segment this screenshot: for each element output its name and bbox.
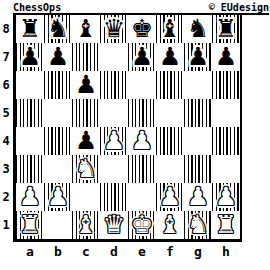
square-g8[interactable]: ♞ (184, 15, 212, 43)
square-d2[interactable] (100, 183, 128, 211)
white-knight[interactable]: ♞ (72, 155, 100, 183)
black-knight[interactable]: ♞ (184, 15, 212, 43)
white-pawn[interactable]: ♟ (156, 183, 184, 211)
square-g2[interactable]: ♟ (184, 183, 212, 211)
square-c7[interactable] (72, 43, 100, 71)
black-pawn[interactable]: ♟ (44, 43, 72, 71)
square-h4[interactable] (212, 127, 240, 155)
black-pawn[interactable]: ♟ (184, 43, 212, 71)
square-a8[interactable]: ♜ (16, 15, 44, 43)
square-f8[interactable]: ♝ (156, 15, 184, 43)
square-a4[interactable] (16, 127, 44, 155)
square-c5[interactable] (72, 99, 100, 127)
white-pawn[interactable]: ♟ (212, 183, 240, 211)
square-g5[interactable] (184, 99, 212, 127)
square-g6[interactable] (184, 71, 212, 99)
square-g4[interactable] (184, 127, 212, 155)
square-d6[interactable] (100, 71, 128, 99)
square-e2[interactable] (128, 183, 156, 211)
chess-board: ♜♞♝♛♚♝♞♜♟♟♟♟♟♟♟♟♟♟♞♟♟♟♟♟♜♝♛♚♝♞♜ (13, 15, 242, 242)
white-bishop[interactable]: ♝ (72, 211, 100, 239)
square-h3[interactable] (212, 155, 240, 183)
square-b4[interactable] (44, 127, 72, 155)
square-e6[interactable] (128, 71, 156, 99)
black-rook[interactable]: ♜ (212, 15, 240, 43)
square-c6[interactable]: ♟ (72, 71, 100, 99)
file-label-d: d (100, 244, 128, 262)
square-d3[interactable] (100, 155, 128, 183)
rank-label-4: 4 (0, 127, 12, 155)
square-c4[interactable]: ♟ (72, 127, 100, 155)
square-d7[interactable] (100, 43, 128, 71)
square-e1[interactable]: ♚ (128, 211, 156, 239)
black-rook[interactable]: ♜ (16, 15, 44, 43)
square-c3[interactable]: ♞ (72, 155, 100, 183)
black-pawn[interactable]: ♟ (128, 43, 156, 71)
square-h1[interactable]: ♜ (212, 211, 240, 239)
file-label-h: h (212, 244, 240, 262)
file-label-g: g (184, 244, 212, 262)
square-g3[interactable] (184, 155, 212, 183)
black-pawn[interactable]: ♟ (72, 71, 100, 99)
white-pawn[interactable]: ♟ (128, 127, 156, 155)
white-pawn[interactable]: ♟ (100, 127, 128, 155)
white-bishop[interactable]: ♝ (156, 211, 184, 239)
square-b2[interactable]: ♟ (44, 183, 72, 211)
file-labels: abcdefgh (16, 244, 240, 262)
square-d8[interactable]: ♛ (100, 15, 128, 43)
square-a7[interactable]: ♟ (16, 43, 44, 71)
black-king[interactable]: ♚ (128, 15, 156, 43)
square-h8[interactable]: ♜ (212, 15, 240, 43)
app-title: ChessOps (13, 2, 61, 13)
copyright-notice: © EUdesign (209, 2, 269, 13)
file-label-a: a (16, 244, 44, 262)
square-g7[interactable]: ♟ (184, 43, 212, 71)
square-f1[interactable]: ♝ (156, 211, 184, 239)
square-e7[interactable]: ♟ (128, 43, 156, 71)
square-f5[interactable] (156, 99, 184, 127)
square-f4[interactable] (156, 127, 184, 155)
square-a2[interactable]: ♟ (16, 183, 44, 211)
square-f2[interactable]: ♟ (156, 183, 184, 211)
rank-labels: 87654321 (0, 15, 12, 239)
black-queen[interactable]: ♛ (100, 15, 128, 43)
black-pawn[interactable]: ♟ (212, 43, 240, 71)
white-rook[interactable]: ♜ (212, 211, 240, 239)
rank-label-7: 7 (0, 43, 12, 71)
white-pawn[interactable]: ♟ (184, 183, 212, 211)
rank-label-5: 5 (0, 99, 12, 127)
square-g1[interactable]: ♞ (184, 211, 212, 239)
black-pawn[interactable]: ♟ (156, 43, 184, 71)
square-b7[interactable]: ♟ (44, 43, 72, 71)
file-label-c: c (72, 244, 100, 262)
white-king[interactable]: ♚ (128, 211, 156, 239)
file-label-e: e (128, 244, 156, 262)
square-h5[interactable] (212, 99, 240, 127)
square-f3[interactable] (156, 155, 184, 183)
square-a6[interactable] (16, 71, 44, 99)
rank-label-2: 2 (0, 183, 12, 211)
square-b3[interactable] (44, 155, 72, 183)
white-knight[interactable]: ♞ (184, 211, 212, 239)
square-a1[interactable]: ♜ (16, 211, 44, 239)
black-pawn[interactable]: ♟ (72, 127, 100, 155)
square-b5[interactable] (44, 99, 72, 127)
square-b8[interactable]: ♞ (44, 15, 72, 43)
file-label-f: f (156, 244, 184, 262)
square-d4[interactable]: ♟ (100, 127, 128, 155)
square-b6[interactable] (44, 71, 72, 99)
square-a5[interactable] (16, 99, 44, 127)
square-f6[interactable] (156, 71, 184, 99)
white-rook[interactable]: ♜ (16, 211, 44, 239)
square-h6[interactable] (212, 71, 240, 99)
rank-label-6: 6 (0, 71, 12, 99)
square-c8[interactable]: ♝ (72, 15, 100, 43)
square-e3[interactable] (128, 155, 156, 183)
white-queen[interactable]: ♛ (100, 211, 128, 239)
square-h7[interactable]: ♟ (212, 43, 240, 71)
square-a3[interactable] (16, 155, 44, 183)
black-pawn[interactable]: ♟ (16, 43, 44, 71)
square-c1[interactable]: ♝ (72, 211, 100, 239)
rank-label-3: 3 (0, 155, 12, 183)
rank-label-1: 1 (0, 211, 12, 239)
title-bar: ChessOps © EUdesign (13, 0, 269, 15)
file-label-b: b (44, 244, 72, 262)
square-h2[interactable]: ♟ (212, 183, 240, 211)
black-bishop[interactable]: ♝ (72, 15, 100, 43)
square-e8[interactable]: ♚ (128, 15, 156, 43)
square-f7[interactable]: ♟ (156, 43, 184, 71)
chessops-window: ChessOps © EUdesign 87654321 ♜♞♝♛♚♝♞♜♟♟♟… (0, 0, 270, 270)
square-d5[interactable] (100, 99, 128, 127)
square-d1[interactable]: ♛ (100, 211, 128, 239)
square-b1[interactable] (44, 211, 72, 239)
rank-label-8: 8 (0, 15, 12, 43)
square-e5[interactable] (128, 99, 156, 127)
white-pawn[interactable]: ♟ (44, 183, 72, 211)
square-c2[interactable] (72, 183, 100, 211)
square-e4[interactable]: ♟ (128, 127, 156, 155)
white-pawn[interactable]: ♟ (16, 183, 44, 211)
black-bishop[interactable]: ♝ (156, 15, 184, 43)
black-knight[interactable]: ♞ (44, 15, 72, 43)
